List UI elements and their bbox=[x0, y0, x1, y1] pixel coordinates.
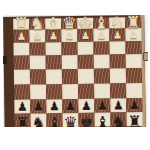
square-g3[interactable] bbox=[110, 83, 126, 98]
black-knight[interactable]: ♞ bbox=[111, 114, 126, 127]
black-king[interactable]: ♚ bbox=[79, 115, 94, 127]
square-e1[interactable]: ♚ bbox=[78, 113, 94, 127]
square-g5[interactable] bbox=[110, 54, 126, 68]
white-pawn[interactable]: ♟ bbox=[49, 31, 58, 41]
black-queen[interactable]: ♛ bbox=[63, 115, 78, 127]
black-pawn[interactable]: ♟ bbox=[33, 100, 44, 112]
white-pawn[interactable]: ♟ bbox=[97, 31, 106, 41]
square-g2[interactable]: ♟ bbox=[110, 98, 126, 112]
square-b1[interactable]: ♞ bbox=[30, 113, 46, 127]
white-pawn[interactable]: ♟ bbox=[17, 32, 26, 42]
chess-board: ♜♞♝♛♚♝♞♜♟♟♟♟♟♟♟♟♟♟♟♟♟♟♟♟♜♞♝♛♚♝♞♜ bbox=[13, 17, 143, 127]
square-c3[interactable] bbox=[46, 84, 62, 99]
square-c5[interactable] bbox=[46, 55, 62, 69]
black-pawn[interactable]: ♟ bbox=[81, 100, 92, 112]
square-f8[interactable]: ♝ bbox=[93, 18, 109, 29]
square-e2[interactable]: ♟ bbox=[78, 99, 94, 113]
square-h6[interactable] bbox=[125, 41, 141, 54]
square-b5[interactable] bbox=[30, 55, 46, 69]
chessboard-photo: ♜♞♝♛♚♝♞♜♟♟♟♟♟♟♟♟♟♟♟♟♟♟♟♟♜♞♝♛♚♝♞♜ bbox=[3, 15, 148, 127]
screenshot-canvas: ♜♞♝♛♚♝♞♜♟♟♟♟♟♟♟♟♟♟♟♟♟♟♟♟♜♞♝♛♚♝♞♜ bbox=[0, 0, 150, 150]
square-a8[interactable]: ♜ bbox=[13, 19, 29, 30]
square-a4[interactable] bbox=[14, 70, 30, 85]
square-h3[interactable] bbox=[126, 83, 142, 98]
square-e6[interactable] bbox=[77, 42, 93, 55]
square-f2[interactable]: ♟ bbox=[94, 99, 110, 113]
square-a2[interactable]: ♟ bbox=[14, 100, 30, 114]
square-c1[interactable]: ♝ bbox=[46, 113, 62, 127]
square-d1[interactable]: ♛ bbox=[62, 113, 78, 127]
square-f3[interactable] bbox=[94, 84, 110, 99]
square-b2[interactable]: ♟ bbox=[30, 99, 46, 113]
black-rook[interactable]: ♜ bbox=[127, 114, 142, 127]
black-bishop[interactable]: ♝ bbox=[95, 115, 110, 127]
black-pawn[interactable]: ♟ bbox=[113, 99, 124, 111]
square-a3[interactable] bbox=[14, 85, 30, 100]
square-g4[interactable] bbox=[110, 68, 126, 83]
square-c2[interactable]: ♟ bbox=[46, 99, 62, 113]
square-f5[interactable] bbox=[94, 55, 110, 69]
square-a5[interactable] bbox=[14, 56, 30, 70]
square-f4[interactable] bbox=[94, 69, 110, 84]
square-b6[interactable] bbox=[29, 42, 45, 55]
square-g1[interactable]: ♞ bbox=[110, 112, 126, 126]
square-h8[interactable]: ♜ bbox=[125, 17, 141, 28]
square-b3[interactable] bbox=[30, 84, 46, 99]
black-rook[interactable]: ♜ bbox=[15, 116, 30, 127]
black-pawn[interactable]: ♟ bbox=[17, 101, 28, 113]
board-frame: ♜♞♝♛♚♝♞♜♟♟♟♟♟♟♟♟♟♟♟♟♟♟♟♟♜♞♝♛♚♝♞♜ bbox=[3, 15, 146, 127]
hinge-left-icon bbox=[3, 56, 7, 64]
square-e3[interactable] bbox=[78, 84, 94, 99]
square-h2[interactable]: ♟ bbox=[126, 98, 142, 112]
square-e5[interactable] bbox=[78, 55, 94, 69]
white-pawn[interactable]: ♟ bbox=[81, 31, 90, 41]
square-d2[interactable]: ♟ bbox=[62, 99, 78, 113]
square-d5[interactable] bbox=[62, 55, 78, 69]
white-pawn[interactable]: ♟ bbox=[129, 30, 138, 40]
white-pawn[interactable]: ♟ bbox=[113, 30, 122, 40]
square-c8[interactable]: ♝ bbox=[45, 18, 61, 29]
square-a1[interactable]: ♜ bbox=[14, 114, 30, 127]
square-b4[interactable] bbox=[30, 69, 46, 84]
square-e8[interactable]: ♚ bbox=[77, 18, 93, 29]
black-pawn[interactable]: ♟ bbox=[65, 100, 76, 112]
square-f1[interactable]: ♝ bbox=[94, 113, 110, 127]
white-pawn[interactable]: ♟ bbox=[33, 31, 42, 41]
square-d8[interactable]: ♛ bbox=[61, 18, 77, 29]
square-h1[interactable]: ♜ bbox=[126, 112, 142, 126]
square-e4[interactable] bbox=[78, 69, 94, 84]
square-d4[interactable] bbox=[62, 69, 78, 84]
square-c6[interactable] bbox=[45, 42, 61, 55]
square-b8[interactable]: ♞ bbox=[29, 18, 45, 29]
square-c4[interactable] bbox=[46, 69, 62, 84]
square-h4[interactable] bbox=[126, 68, 142, 83]
hinge-right-icon bbox=[143, 52, 148, 61]
square-h5[interactable] bbox=[126, 54, 142, 68]
square-g6[interactable] bbox=[109, 41, 125, 54]
square-d6[interactable] bbox=[61, 42, 77, 55]
square-g8[interactable]: ♞ bbox=[109, 17, 125, 28]
black-pawn[interactable]: ♟ bbox=[49, 100, 60, 112]
black-bishop[interactable]: ♝ bbox=[47, 115, 62, 127]
black-knight[interactable]: ♞ bbox=[31, 115, 46, 127]
white-pawn[interactable]: ♟ bbox=[65, 31, 74, 41]
square-f6[interactable] bbox=[93, 42, 109, 55]
black-pawn[interactable]: ♟ bbox=[129, 99, 140, 111]
black-pawn[interactable]: ♟ bbox=[97, 100, 108, 112]
square-d3[interactable] bbox=[62, 84, 78, 99]
square-a6[interactable] bbox=[13, 43, 29, 56]
